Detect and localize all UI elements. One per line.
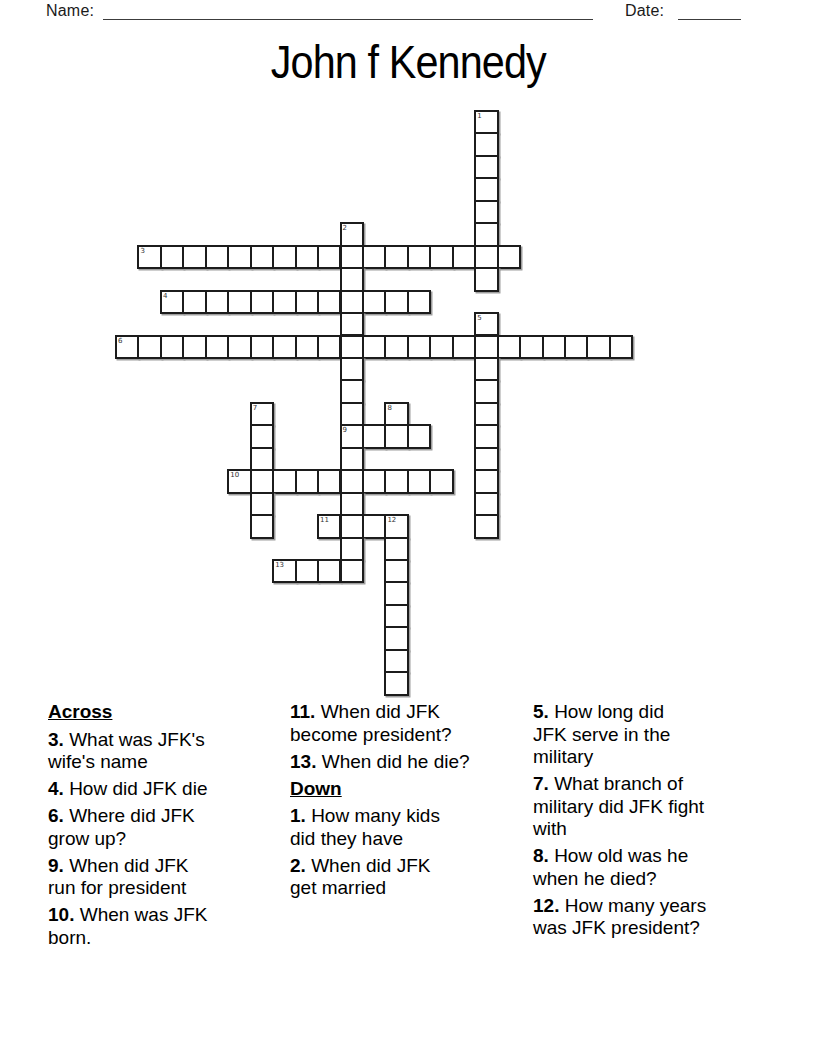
grid-cell-r13c10[interactable] <box>340 402 364 426</box>
name-blank-line[interactable] <box>103 19 593 20</box>
clue-down-5: 5. How long didJFK serve in themilitary <box>533 701 706 769</box>
grid-cell-r6c17[interactable] <box>497 245 521 269</box>
cell-number-4: 4 <box>163 292 167 300</box>
grid-cell-r10c9[interactable] <box>317 335 341 359</box>
grid-cell-r25c12[interactable] <box>384 671 408 695</box>
grid-cell-r10c21[interactable] <box>586 335 610 359</box>
grid-cell-r5c16[interactable] <box>474 222 498 246</box>
grid-cell-r10c4[interactable] <box>205 335 229 359</box>
grid-cell-r22c12[interactable] <box>384 604 408 628</box>
grid-cell-r21c12[interactable] <box>384 581 408 605</box>
grid-cell-r6c11[interactable] <box>362 245 386 269</box>
title-wrap: John f Kennedy <box>0 36 816 88</box>
page-title: John f Kennedy <box>270 36 545 88</box>
grid-cell-r6c10[interactable] <box>340 245 364 269</box>
clue-column-1: Across3. What was JFK'swife's name4. How… <box>48 701 207 954</box>
clue-across-13: 13. When did he die? <box>290 751 470 774</box>
grid-cell-r19c12[interactable] <box>384 537 408 561</box>
grid-cell-r10c1[interactable] <box>137 335 161 359</box>
grid-cell-r1c16[interactable] <box>474 132 498 156</box>
clue-across-6: 6. Where did JFKgrow up? <box>48 805 207 850</box>
grid-cell-r16c16[interactable] <box>474 469 498 493</box>
grid-cell-r18c16[interactable] <box>474 514 498 538</box>
grid-cell-r10c0[interactable]: 6 <box>115 335 139 359</box>
clue-across-3: 3. What was JFK'swife's name <box>48 729 207 774</box>
grid-cell-r14c10[interactable]: 9 <box>340 424 364 448</box>
grid-cell-r0c16[interactable]: 1 <box>474 110 498 134</box>
across-heading: Across <box>48 701 207 724</box>
grid-cell-r6c4[interactable] <box>205 245 229 269</box>
grid-cell-r12c10[interactable] <box>340 379 364 403</box>
grid-cell-r20c8[interactable] <box>295 559 319 583</box>
grid-cell-r8c7[interactable] <box>272 290 296 314</box>
grid-cell-r17c10[interactable] <box>340 492 364 516</box>
grid-cell-r19c10[interactable] <box>340 537 364 561</box>
grid-cell-r6c2[interactable] <box>160 245 184 269</box>
cell-number-13: 13 <box>275 561 284 569</box>
grid-cell-r6c15[interactable] <box>452 245 476 269</box>
grid-cell-r10c6[interactable] <box>250 335 274 359</box>
grid-cell-r20c10[interactable] <box>340 559 364 583</box>
grid-cell-r3c16[interactable] <box>474 177 498 201</box>
grid-cell-r8c6[interactable] <box>250 290 274 314</box>
clue-column-3: 5. How long didJFK serve in themilitary7… <box>533 701 706 944</box>
grid-cell-r10c19[interactable] <box>542 335 566 359</box>
grid-cell-r6c6[interactable] <box>250 245 274 269</box>
cell-number-10: 10 <box>230 471 239 479</box>
grid-cell-r10c16[interactable] <box>474 335 498 359</box>
grid-cell-r7c16[interactable] <box>474 267 498 291</box>
grid-cell-r10c10[interactable] <box>340 335 364 359</box>
cell-number-8: 8 <box>387 404 391 412</box>
grid-cell-r10c13[interactable] <box>407 335 431 359</box>
clue-down-7: 7. What branch ofmilitary did JFK fightw… <box>533 773 706 841</box>
grid-cell-r13c16[interactable] <box>474 402 498 426</box>
crossword-grid: 12345678910111213 <box>115 110 635 696</box>
grid-cell-r18c9[interactable]: 11 <box>317 514 341 538</box>
grid-cell-r9c16[interactable]: 5 <box>474 312 498 336</box>
grid-cell-r12c16[interactable] <box>474 379 498 403</box>
grid-cell-r10c17[interactable] <box>497 335 521 359</box>
grid-cell-r17c16[interactable] <box>474 492 498 516</box>
grid-cell-r6c1[interactable]: 3 <box>137 245 161 269</box>
grid-cell-r6c5[interactable] <box>227 245 251 269</box>
grid-cell-r8c13[interactable] <box>407 290 431 314</box>
grid-cell-r10c3[interactable] <box>182 335 206 359</box>
clue-down-8: 8. How old was hewhen he died? <box>533 845 706 890</box>
grid-cell-r6c16[interactable] <box>474 245 498 269</box>
grid-cell-r16c11[interactable] <box>362 469 386 493</box>
grid-cell-r4c16[interactable] <box>474 200 498 224</box>
grid-cell-r16c12[interactable] <box>384 469 408 493</box>
grid-cell-r16c14[interactable] <box>429 469 453 493</box>
grid-cell-r24c12[interactable] <box>384 649 408 673</box>
grid-cell-r8c10[interactable] <box>340 290 364 314</box>
grid-cell-r10c15[interactable] <box>452 335 476 359</box>
grid-cell-r16c7[interactable] <box>272 469 296 493</box>
grid-cell-r16c9[interactable] <box>317 469 341 493</box>
grid-cell-r8c2[interactable]: 4 <box>160 290 184 314</box>
grid-cell-r8c8[interactable] <box>295 290 319 314</box>
grid-cell-r18c12[interactable]: 12 <box>384 514 408 538</box>
grid-cell-r10c18[interactable] <box>519 335 543 359</box>
grid-cell-r14c11[interactable] <box>362 424 386 448</box>
clue-down-1: 1. How many kidsdid they have <box>290 805 470 850</box>
grid-cell-r16c10[interactable] <box>340 469 364 493</box>
grid-cell-r8c12[interactable] <box>384 290 408 314</box>
cell-number-11: 11 <box>320 516 329 524</box>
grid-cell-r10c5[interactable] <box>227 335 251 359</box>
clue-across-9: 9. When did JFKrun for president <box>48 855 207 900</box>
grid-cell-r18c11[interactable] <box>362 514 386 538</box>
grid-cell-r18c10[interactable] <box>340 514 364 538</box>
grid-cell-r10c20[interactable] <box>564 335 588 359</box>
grid-cell-r6c7[interactable] <box>272 245 296 269</box>
date-blank-line[interactable] <box>678 19 741 20</box>
grid-cell-r6c9[interactable] <box>317 245 341 269</box>
grid-cell-r6c12[interactable] <box>384 245 408 269</box>
grid-cell-r11c10[interactable] <box>340 357 364 381</box>
clue-down-2: 2. When did JFKget married <box>290 855 470 900</box>
cell-number-7: 7 <box>253 404 257 412</box>
grid-cell-r11c16[interactable] <box>474 357 498 381</box>
grid-cell-r18c6[interactable] <box>250 514 274 538</box>
grid-cell-r16c6[interactable] <box>250 469 274 493</box>
grid-cell-r5c10[interactable]: 2 <box>340 222 364 246</box>
name-label: Name: <box>46 2 94 20</box>
grid-cell-r14c12[interactable] <box>384 424 408 448</box>
grid-cell-r10c2[interactable] <box>160 335 184 359</box>
grid-cell-r8c11[interactable] <box>362 290 386 314</box>
grid-cell-r9c10[interactable] <box>340 312 364 336</box>
grid-cell-r23c12[interactable] <box>384 626 408 650</box>
date-label: Date: <box>625 2 664 20</box>
grid-cell-r10c7[interactable] <box>272 335 296 359</box>
grid-cell-r7c10[interactable] <box>340 267 364 291</box>
grid-cell-r8c9[interactable] <box>317 290 341 314</box>
grid-cell-r16c5[interactable]: 10 <box>227 469 251 493</box>
grid-cell-r10c12[interactable] <box>384 335 408 359</box>
clue-across-4: 4. How did JFK die <box>48 778 207 801</box>
clue-across-10: 10. When was JFKborn. <box>48 904 207 949</box>
grid-cell-r6c14[interactable] <box>429 245 453 269</box>
cell-number-1: 1 <box>477 112 481 120</box>
grid-cell-r8c4[interactable] <box>205 290 229 314</box>
clue-column-2: 11. When did JFKbecome president?13. Whe… <box>290 701 470 904</box>
grid-cell-r20c9[interactable] <box>317 559 341 583</box>
grid-cell-r15c6[interactable] <box>250 447 274 471</box>
grid-cell-r16c13[interactable] <box>407 469 431 493</box>
grid-cell-r14c6[interactable] <box>250 424 274 448</box>
grid-cell-r10c14[interactable] <box>429 335 453 359</box>
cell-number-12: 12 <box>387 516 396 524</box>
clue-across-11: 11. When did JFKbecome president? <box>290 701 470 746</box>
grid-cell-r20c12[interactable] <box>384 559 408 583</box>
grid-cell-r20c7[interactable]: 13 <box>272 559 296 583</box>
grid-cell-r10c11[interactable] <box>362 335 386 359</box>
grid-cell-r6c13[interactable] <box>407 245 431 269</box>
cell-number-6: 6 <box>118 337 122 345</box>
grid-cell-r6c3[interactable] <box>182 245 206 269</box>
grid-cell-r6c8[interactable] <box>295 245 319 269</box>
cell-number-2: 2 <box>343 224 347 232</box>
grid-cell-r10c22[interactable] <box>609 335 633 359</box>
grid-cell-r8c5[interactable] <box>227 290 251 314</box>
grid-cell-r13c6[interactable]: 7 <box>250 402 274 426</box>
grid-cell-r17c6[interactable] <box>250 492 274 516</box>
grid-cell-r14c16[interactable] <box>474 424 498 448</box>
grid-cell-r8c3[interactable] <box>182 290 206 314</box>
cell-number-3: 3 <box>140 247 144 255</box>
cell-number-9: 9 <box>343 426 347 434</box>
worksheet-page: Name: Date: John f Kennedy 1234567891011… <box>0 0 816 1056</box>
grid-cell-r16c8[interactable] <box>295 469 319 493</box>
grid-cell-r13c12[interactable]: 8 <box>384 402 408 426</box>
cell-number-5: 5 <box>477 314 481 322</box>
grid-cell-r10c8[interactable] <box>295 335 319 359</box>
grid-cell-r14c13[interactable] <box>407 424 431 448</box>
clue-down-12: 12. How many yearswas JFK president? <box>533 895 706 940</box>
grid-cell-r15c10[interactable] <box>340 447 364 471</box>
grid-cell-r2c16[interactable] <box>474 155 498 179</box>
down-heading: Down <box>290 778 470 801</box>
grid-cell-r15c16[interactable] <box>474 447 498 471</box>
